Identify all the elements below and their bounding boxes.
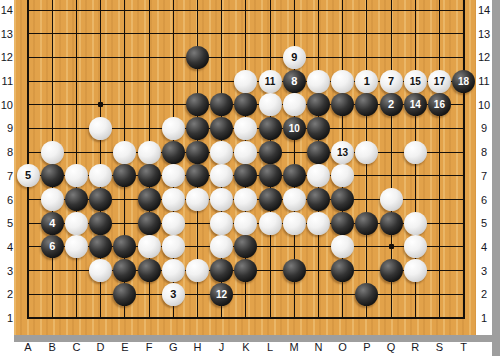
stone-white-G3[interactable] bbox=[162, 259, 185, 282]
stone-white-O4[interactable] bbox=[331, 235, 354, 258]
stone-black-D5[interactable] bbox=[89, 212, 112, 235]
stone-black-F7[interactable] bbox=[138, 164, 161, 187]
column-label: Q bbox=[383, 341, 399, 353]
stone-white-E8[interactable] bbox=[113, 141, 136, 164]
stone-white-M6[interactable] bbox=[283, 188, 306, 211]
stone-white-J6[interactable] bbox=[210, 188, 233, 211]
row-label-right: 14 bbox=[477, 4, 491, 16]
stone-white-G5[interactable] bbox=[162, 212, 185, 235]
stone-white-K6[interactable] bbox=[234, 188, 257, 211]
row-label-right: 10 bbox=[477, 99, 491, 111]
stone-white-N11[interactable] bbox=[307, 70, 330, 93]
row-label-left: 8 bbox=[0, 146, 13, 158]
column-label: H bbox=[189, 341, 205, 353]
row-label-right: 7 bbox=[477, 170, 491, 182]
stone-white-M5[interactable] bbox=[283, 212, 306, 235]
column-label: R bbox=[407, 341, 423, 353]
stone-black-B7[interactable] bbox=[41, 164, 64, 187]
stone-white-K5[interactable] bbox=[234, 212, 257, 235]
stone-black-Q5[interactable] bbox=[380, 212, 403, 235]
stone-white-K8[interactable] bbox=[234, 141, 257, 164]
stone-white-H6[interactable] bbox=[186, 188, 209, 211]
stone-white-K11[interactable] bbox=[234, 70, 257, 93]
move-number-label: 17 bbox=[428, 70, 451, 93]
stone-black-move-18[interactable]: 18 bbox=[452, 70, 475, 93]
column-label: D bbox=[93, 341, 109, 353]
row-label-left: 4 bbox=[0, 241, 13, 253]
stone-black-D4[interactable] bbox=[89, 235, 112, 258]
row-label-left: 10 bbox=[0, 99, 13, 111]
column-label: K bbox=[238, 341, 254, 353]
stone-white-R3[interactable] bbox=[404, 259, 427, 282]
row-label-left: 13 bbox=[0, 28, 13, 40]
stone-black-L8[interactable] bbox=[259, 141, 282, 164]
stone-black-M3[interactable] bbox=[283, 259, 306, 282]
stone-black-N6[interactable] bbox=[307, 188, 330, 211]
stone-white-G6[interactable] bbox=[162, 188, 185, 211]
stone-black-N9[interactable] bbox=[307, 117, 330, 140]
stone-white-move-7[interactable]: 7 bbox=[380, 70, 403, 93]
stone-white-G4[interactable] bbox=[162, 235, 185, 258]
row-label-left: 11 bbox=[0, 75, 13, 87]
move-number-label: 2 bbox=[380, 93, 403, 116]
stone-white-F4[interactable] bbox=[138, 235, 161, 258]
stone-black-K3[interactable] bbox=[234, 259, 257, 282]
move-number-label: 16 bbox=[428, 93, 451, 116]
go-board[interactable]: 911817151718214161013546312 bbox=[14, 0, 476, 336]
stone-black-move-10[interactable]: 10 bbox=[283, 117, 306, 140]
stone-black-E2[interactable] bbox=[113, 283, 136, 306]
row-label-left: 3 bbox=[0, 265, 13, 277]
grid-line-vertical bbox=[27, 0, 29, 319]
stone-black-Q3[interactable] bbox=[380, 259, 403, 282]
stone-white-F8[interactable] bbox=[138, 141, 161, 164]
move-number-label: 15 bbox=[404, 70, 427, 93]
move-number-label: 11 bbox=[259, 70, 282, 93]
row-label-left: 6 bbox=[0, 194, 13, 206]
stone-black-O10[interactable] bbox=[331, 93, 354, 116]
stone-white-Q6[interactable] bbox=[380, 188, 403, 211]
column-label: E bbox=[117, 341, 133, 353]
stone-white-C7[interactable] bbox=[65, 164, 88, 187]
column-label: B bbox=[44, 341, 60, 353]
stone-white-move-11[interactable]: 11 bbox=[259, 70, 282, 93]
column-label: C bbox=[68, 341, 84, 353]
move-number-label: 14 bbox=[404, 93, 427, 116]
stone-white-move-1[interactable]: 1 bbox=[355, 70, 378, 93]
stone-white-P8[interactable] bbox=[355, 141, 378, 164]
row-label-right: 12 bbox=[477, 51, 491, 63]
stone-white-R8[interactable] bbox=[404, 141, 427, 164]
grid-line-vertical bbox=[439, 0, 440, 319]
stone-black-L9[interactable] bbox=[259, 117, 282, 140]
stone-black-L6[interactable] bbox=[259, 188, 282, 211]
column-label: T bbox=[456, 341, 472, 353]
stone-black-H8[interactable] bbox=[186, 141, 209, 164]
row-label-right: 2 bbox=[477, 288, 491, 300]
stone-white-D9[interactable] bbox=[89, 117, 112, 140]
move-number-label: 8 bbox=[283, 70, 306, 93]
column-label: G bbox=[165, 341, 181, 353]
stone-white-J4[interactable] bbox=[210, 235, 233, 258]
stone-white-O7[interactable] bbox=[331, 164, 354, 187]
column-label: J bbox=[214, 341, 230, 353]
move-number-label: 18 bbox=[452, 70, 475, 93]
stone-black-G8[interactable] bbox=[162, 141, 185, 164]
stone-white-K9[interactable] bbox=[234, 117, 257, 140]
row-label-left: 1 bbox=[0, 312, 13, 324]
row-label-right: 6 bbox=[477, 194, 491, 206]
row-label-right: 5 bbox=[477, 217, 491, 229]
stone-white-L5[interactable] bbox=[259, 212, 282, 235]
stone-black-J3[interactable] bbox=[210, 259, 233, 282]
stone-white-J8[interactable] bbox=[210, 141, 233, 164]
stone-black-N8[interactable] bbox=[307, 141, 330, 164]
stone-black-J9[interactable] bbox=[210, 117, 233, 140]
row-label-right: 3 bbox=[477, 265, 491, 277]
star-point bbox=[98, 102, 103, 107]
stone-black-P5[interactable] bbox=[355, 212, 378, 235]
row-label-left: 9 bbox=[0, 122, 13, 134]
move-number-label: 4 bbox=[41, 212, 64, 235]
stone-black-F6[interactable] bbox=[138, 188, 161, 211]
row-label-left: 14 bbox=[0, 4, 13, 16]
stone-white-move-13[interactable]: 13 bbox=[331, 141, 354, 164]
stone-white-L10[interactable] bbox=[259, 93, 282, 116]
stone-black-F3[interactable] bbox=[138, 259, 161, 282]
stone-black-H9[interactable] bbox=[186, 117, 209, 140]
move-number-label: 10 bbox=[283, 117, 306, 140]
stone-white-move-3[interactable]: 3 bbox=[162, 283, 185, 306]
stone-black-H12[interactable] bbox=[186, 46, 209, 69]
move-number-label: 5 bbox=[17, 164, 40, 187]
stone-black-move-2[interactable]: 2 bbox=[380, 93, 403, 116]
stone-black-E4[interactable] bbox=[113, 235, 136, 258]
stone-black-move-4[interactable]: 4 bbox=[41, 212, 64, 235]
grid-line-horizontal bbox=[27, 33, 465, 34]
stone-black-C6[interactable] bbox=[65, 188, 88, 211]
column-label: M bbox=[286, 341, 302, 353]
column-label: S bbox=[431, 341, 447, 353]
move-number-label: 3 bbox=[162, 283, 185, 306]
stone-black-H7[interactable] bbox=[186, 164, 209, 187]
stone-white-J5[interactable] bbox=[210, 212, 233, 235]
row-label-left: 12 bbox=[0, 51, 13, 63]
row-label-right: 9 bbox=[477, 122, 491, 134]
stone-white-move-9[interactable]: 9 bbox=[283, 46, 306, 69]
stone-black-O5[interactable] bbox=[331, 212, 354, 235]
stone-white-M10[interactable] bbox=[283, 93, 306, 116]
row-label-right: 1 bbox=[477, 312, 491, 324]
grid-line-horizontal bbox=[27, 57, 465, 58]
stone-black-move-8[interactable]: 8 bbox=[283, 70, 306, 93]
column-label: F bbox=[141, 341, 157, 353]
move-number-label: 6 bbox=[41, 235, 64, 258]
grid-line-vertical bbox=[76, 0, 77, 319]
move-number-label: 9 bbox=[283, 46, 306, 69]
stone-black-P10[interactable] bbox=[355, 93, 378, 116]
stone-white-J7[interactable] bbox=[210, 164, 233, 187]
stone-black-D6[interactable] bbox=[89, 188, 112, 211]
stone-black-K10[interactable] bbox=[234, 93, 257, 116]
stone-white-D7[interactable] bbox=[89, 164, 112, 187]
stone-black-move-14[interactable]: 14 bbox=[404, 93, 427, 116]
stone-black-E7[interactable] bbox=[113, 164, 136, 187]
grid-line-horizontal bbox=[27, 317, 465, 319]
stone-white-C4[interactable] bbox=[65, 235, 88, 258]
column-label: N bbox=[310, 341, 326, 353]
row-label-left: 2 bbox=[0, 288, 13, 300]
stone-white-R5[interactable] bbox=[404, 212, 427, 235]
grid-line-horizontal bbox=[27, 294, 465, 295]
column-label: L bbox=[262, 341, 278, 353]
stone-black-J10[interactable] bbox=[210, 93, 233, 116]
stone-white-move-5[interactable]: 5 bbox=[17, 164, 40, 187]
stone-black-F5[interactable] bbox=[138, 212, 161, 235]
move-number-label: 7 bbox=[380, 70, 403, 93]
row-label-right: 4 bbox=[477, 241, 491, 253]
move-number-label: 13 bbox=[331, 141, 354, 164]
row-label-right: 11 bbox=[477, 75, 491, 87]
stone-black-M7[interactable] bbox=[283, 164, 306, 187]
star-point bbox=[389, 244, 394, 249]
stone-white-move-17[interactable]: 17 bbox=[428, 70, 451, 93]
move-number-label: 1 bbox=[355, 70, 378, 93]
stone-black-move-12[interactable]: 12 bbox=[210, 283, 233, 306]
row-label-left: 5 bbox=[0, 217, 13, 229]
stone-black-P2[interactable] bbox=[355, 283, 378, 306]
stone-black-H10[interactable] bbox=[186, 93, 209, 116]
stone-white-G9[interactable] bbox=[162, 117, 185, 140]
row-label-right: 13 bbox=[477, 28, 491, 40]
stone-white-N5[interactable] bbox=[307, 212, 330, 235]
stone-black-E3[interactable] bbox=[113, 259, 136, 282]
stone-white-C5[interactable] bbox=[65, 212, 88, 235]
stone-black-O3[interactable] bbox=[331, 259, 354, 282]
row-label-left: 7 bbox=[0, 170, 13, 182]
stone-white-N7[interactable] bbox=[307, 164, 330, 187]
column-label: O bbox=[335, 341, 351, 353]
move-number-label: 12 bbox=[210, 283, 233, 306]
stone-white-R4[interactable] bbox=[404, 235, 427, 258]
stone-white-B8[interactable] bbox=[41, 141, 64, 164]
grid-line-vertical bbox=[463, 0, 465, 319]
window-right-edge bbox=[492, 0, 500, 356]
stone-white-D3[interactable] bbox=[89, 259, 112, 282]
stone-black-K4[interactable] bbox=[234, 235, 257, 258]
stone-black-N10[interactable] bbox=[307, 93, 330, 116]
grid-line-horizontal bbox=[27, 10, 465, 11]
stone-black-K7[interactable] bbox=[234, 164, 257, 187]
stone-white-H3[interactable] bbox=[186, 259, 209, 282]
stone-black-L7[interactable] bbox=[259, 164, 282, 187]
stone-black-move-6[interactable]: 6 bbox=[41, 235, 64, 258]
stone-black-O6[interactable] bbox=[331, 188, 354, 211]
stone-white-move-15[interactable]: 15 bbox=[404, 70, 427, 93]
stone-white-O11[interactable] bbox=[331, 70, 354, 93]
column-label: P bbox=[359, 341, 375, 353]
stone-white-G7[interactable] bbox=[162, 164, 185, 187]
column-label: A bbox=[20, 341, 36, 353]
stone-black-move-16[interactable]: 16 bbox=[428, 93, 451, 116]
row-label-right: 8 bbox=[477, 146, 491, 158]
stone-white-B6[interactable] bbox=[41, 188, 64, 211]
